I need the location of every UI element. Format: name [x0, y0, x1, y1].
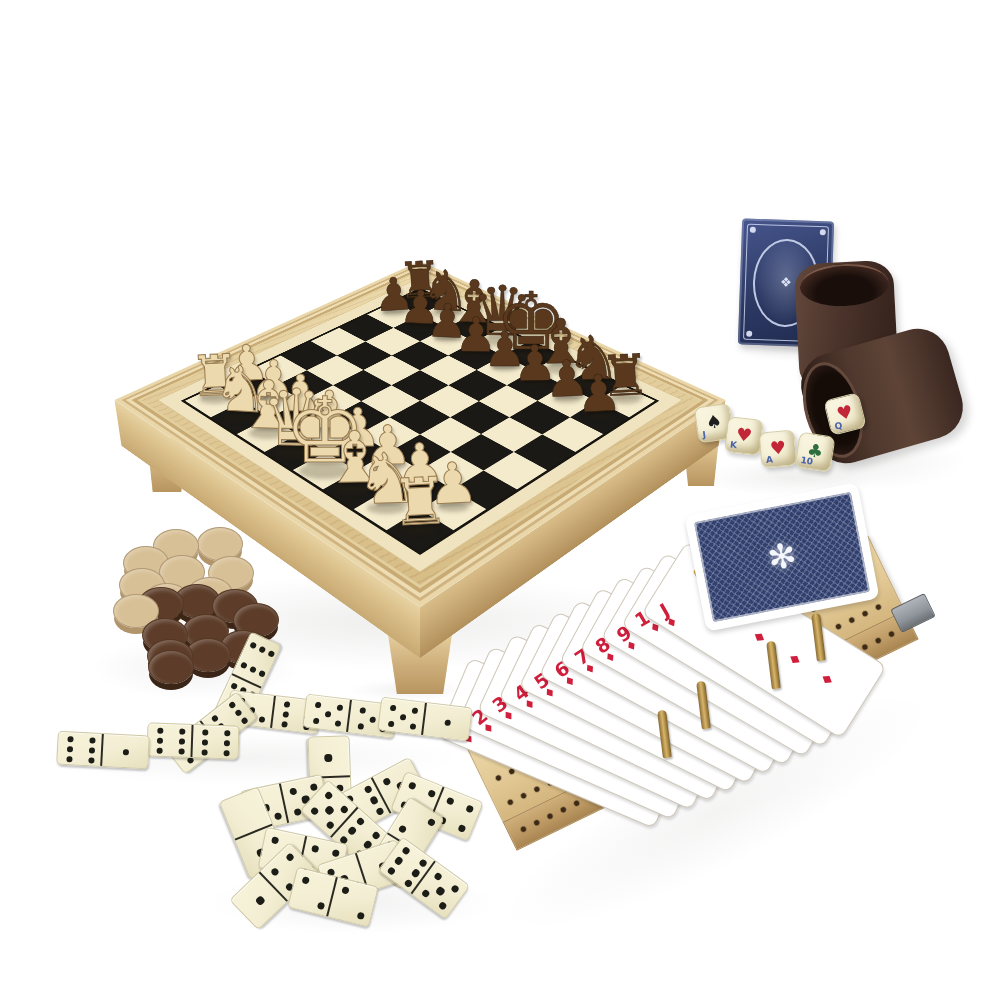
- domino-pip: [259, 717, 265, 723]
- domino-pip: [273, 812, 281, 820]
- suit-icon: ♦: [562, 672, 580, 690]
- domino-pip: [356, 911, 365, 920]
- domino-pip: [157, 738, 163, 744]
- domino-pip: [427, 789, 436, 798]
- board-square: [237, 417, 298, 452]
- domino-pip: [335, 721, 341, 727]
- board-square: [210, 401, 270, 434]
- domino-pip: [412, 707, 418, 713]
- board-square: [323, 470, 388, 509]
- board-square: [452, 470, 517, 509]
- domino-pip: [398, 824, 408, 834]
- board-square: [450, 401, 510, 434]
- domino-pip: [284, 701, 290, 707]
- suit-icon: ♦: [541, 684, 559, 702]
- domino-pip: [310, 806, 320, 816]
- die-suit-glyph: ♥: [735, 425, 753, 445]
- dice-cup-mouth: [799, 262, 890, 309]
- board-square: [327, 434, 389, 470]
- die-letter-mark: A: [765, 455, 773, 466]
- suit-icon: ♦: [582, 661, 600, 679]
- board-square: [420, 452, 484, 490]
- domino-pip: [444, 720, 450, 726]
- domino-pip: [302, 877, 311, 886]
- domino-pip: [449, 884, 459, 894]
- suit-icon: ♦: [664, 615, 680, 632]
- domino-pip: [388, 721, 394, 727]
- domino-half-2: [328, 878, 377, 927]
- domino-pip: [363, 785, 373, 795]
- domino-pip: [394, 856, 404, 866]
- suit-icon: ♦: [500, 708, 518, 726]
- domino-half-1: [102, 734, 149, 768]
- domino-half-6: [57, 732, 104, 766]
- board-square: [420, 417, 481, 452]
- domino-half-1: [423, 703, 472, 740]
- domino-pip: [341, 886, 350, 895]
- domino-pip: [249, 641, 257, 649]
- domino-pip: [408, 782, 417, 791]
- die-letter-mark: Q: [834, 420, 844, 432]
- suit-icon: ♦: [480, 719, 498, 737]
- domino-pip: [157, 728, 163, 734]
- board-square: [510, 401, 570, 434]
- board-square: [481, 417, 542, 452]
- board-square: [298, 417, 359, 452]
- domino-pip: [202, 729, 208, 735]
- domino-pip: [331, 849, 339, 857]
- card-center-pip: ♦: [784, 649, 806, 670]
- domino-pip: [387, 866, 397, 876]
- die-suit-glyph: ♠: [705, 412, 723, 432]
- domino-pip: [249, 666, 257, 674]
- board-square: [354, 489, 420, 530]
- die-letter-mark: 10: [800, 455, 814, 467]
- domino-pip: [360, 707, 366, 713]
- domino-half-5: [303, 695, 352, 732]
- domino-pip: [315, 702, 321, 708]
- domino-pip: [325, 711, 331, 717]
- domino-pip: [89, 737, 95, 743]
- domino-pip: [179, 749, 185, 755]
- domino-pip: [313, 718, 319, 724]
- domino-pip: [228, 701, 236, 709]
- domino-pip: [234, 709, 242, 717]
- domino-pip: [400, 714, 406, 720]
- board-square: [293, 452, 357, 490]
- domino-pip: [66, 756, 72, 762]
- domino-pip: [369, 717, 375, 723]
- board-square: [359, 417, 420, 452]
- domino-pip: [179, 728, 185, 734]
- domino-pip: [402, 846, 412, 856]
- domino-pip: [281, 721, 287, 727]
- board-square: [356, 452, 420, 490]
- domino-pip: [202, 739, 208, 745]
- poker-die: ♥A: [758, 429, 797, 468]
- deck-box-center-icon: ❖: [780, 275, 792, 290]
- domino-pip: [230, 682, 238, 690]
- domino-half-6: [192, 725, 238, 759]
- die-letter-mark: K: [730, 440, 738, 451]
- domino-pip: [268, 650, 276, 658]
- board-square: [264, 434, 326, 470]
- product-photo-stage: ♜♞♝♛♚♝♞♜♟♟♟♟♟♟♟♟♟♟♟♟♟♟♟♟♜♞♝♛♚♝♞♜ A♦♦♦♦2♦…: [0, 0, 1000, 1000]
- domino-pip: [324, 791, 334, 801]
- domino-pip: [67, 746, 73, 752]
- domino-pip: [258, 646, 266, 654]
- domino-pip: [371, 830, 381, 840]
- board-square: [389, 434, 451, 470]
- card-back-pattern: ✻: [694, 492, 871, 623]
- board-square: [388, 470, 453, 509]
- domino-pip: [179, 739, 185, 745]
- domino-pip: [438, 900, 448, 910]
- domino-half-1: [309, 736, 350, 778]
- domino-pip: [347, 826, 357, 836]
- card-center-pip: ♦: [816, 669, 838, 690]
- domino-pip: [123, 749, 129, 755]
- domino-pip: [224, 730, 230, 736]
- domino-pip: [224, 740, 230, 746]
- board-square: [542, 417, 603, 452]
- domino-pip: [325, 820, 335, 830]
- domino-pip: [465, 805, 474, 814]
- domino-chain-tile: [56, 731, 150, 770]
- domino-pip: [324, 805, 334, 815]
- domino-pip: [369, 796, 379, 806]
- domino-pip: [240, 661, 248, 669]
- card-back-flower-icon: ✻: [764, 534, 800, 579]
- domino-half-6: [147, 723, 193, 757]
- domino-pip: [403, 878, 413, 888]
- domino-pip: [89, 747, 95, 753]
- board-square: [451, 434, 513, 470]
- suit-icon: ♦: [521, 696, 539, 714]
- domino-pip: [418, 858, 428, 868]
- domino-pip: [337, 704, 343, 710]
- domino-pip: [390, 705, 396, 711]
- domino-half-5: [378, 698, 427, 735]
- checker-dark: [148, 650, 194, 684]
- domino-pip: [211, 714, 219, 722]
- domino-pip: [410, 724, 416, 730]
- domino-pip: [433, 872, 443, 882]
- domino-pip: [258, 670, 266, 678]
- domino-pip: [316, 901, 325, 910]
- poker-die: ♥K: [724, 416, 764, 456]
- board-square: [270, 401, 330, 434]
- domino-pip: [457, 823, 466, 832]
- die-letter-mark: J: [702, 429, 707, 439]
- board-sheet: [157, 278, 683, 573]
- domino-pip: [157, 748, 163, 754]
- domino-pip: [67, 736, 73, 742]
- domino-pip: [446, 797, 455, 806]
- domino-pip: [356, 817, 366, 827]
- domino-pip: [325, 754, 332, 761]
- domino-pip: [255, 896, 265, 906]
- domino-pip: [285, 853, 295, 863]
- domino-pip: [358, 723, 364, 729]
- domino-pip: [270, 867, 280, 877]
- board-square: [330, 401, 390, 434]
- poker-die: ♣10: [794, 431, 835, 472]
- board-square: [513, 434, 575, 470]
- domino-pip: [311, 845, 319, 853]
- domino-pip: [224, 750, 230, 756]
- domino-pip: [339, 805, 349, 815]
- board-square: [386, 509, 454, 552]
- board-square: [570, 401, 630, 434]
- domino-pip: [88, 758, 94, 764]
- domino-pip: [202, 750, 208, 756]
- board-square: [420, 489, 486, 530]
- domino-pip: [271, 837, 279, 845]
- domino-pip: [241, 717, 249, 725]
- domino-chain-tile: [146, 722, 239, 759]
- domino-pip: [426, 818, 436, 828]
- board-square: [390, 401, 450, 434]
- domino-pip: [290, 788, 298, 796]
- domino-pip: [375, 807, 385, 817]
- domino-pip: [421, 888, 431, 898]
- domino-pip: [383, 777, 393, 787]
- suit-icon: ♦: [623, 637, 641, 654]
- domino-pip: [410, 868, 420, 878]
- suit-icon: ♦: [602, 649, 620, 667]
- board-square: [484, 452, 548, 490]
- domino-pip: [435, 886, 445, 896]
- domino-pip: [283, 711, 289, 717]
